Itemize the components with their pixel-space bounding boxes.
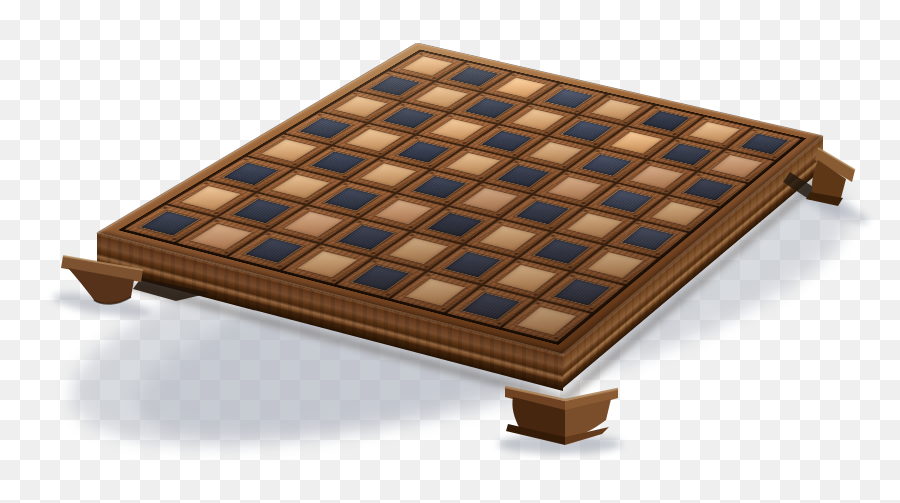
light-square-inlay <box>391 239 447 264</box>
dark-square-inlay <box>223 163 278 185</box>
light-square-inlay <box>653 202 704 225</box>
dark-square-inlay <box>554 279 609 305</box>
light-square-inlay <box>298 251 356 276</box>
dark-square-inlay <box>398 141 450 162</box>
dark-square-inlay <box>545 89 593 109</box>
light-square-inlay <box>448 153 500 175</box>
dark-square-inlay <box>245 238 303 263</box>
dark-square-inlay <box>462 293 519 320</box>
light-square-inlay <box>691 122 739 142</box>
dark-square-inlay <box>384 108 435 128</box>
light-square-inlay <box>518 307 575 334</box>
light-square-inlay <box>632 166 682 188</box>
dark-square-inlay <box>662 144 711 165</box>
dark-square-inlay <box>450 67 498 86</box>
light-square-inlay <box>481 226 535 250</box>
dark-square-inlay <box>516 201 569 224</box>
light-square-inlay <box>432 119 483 140</box>
light-square-inlay <box>376 200 430 223</box>
dark-square-inlay <box>234 199 290 223</box>
dark-square-inlay <box>498 165 550 187</box>
light-square-inlay <box>464 189 517 212</box>
dark-square-inlay <box>352 265 409 291</box>
dark-square-inlay <box>481 131 531 152</box>
light-square-inlay <box>403 56 451 75</box>
light-square-inlay <box>362 164 415 186</box>
light-square-inlay <box>589 252 643 277</box>
bracket-foot-left <box>61 256 210 304</box>
light-square-inlay <box>713 155 762 176</box>
light-square-inlay <box>593 100 641 120</box>
light-square-inlay <box>192 225 250 250</box>
dark-square-inlay <box>601 190 652 213</box>
bracket-foot-front <box>505 387 618 445</box>
light-square-inlay <box>335 97 386 117</box>
dark-square-inlay <box>300 118 352 139</box>
dark-square-inlay <box>324 188 379 211</box>
light-square-inlay <box>286 212 342 236</box>
dark-square-inlay <box>535 239 589 264</box>
light-square-inlay <box>262 140 315 162</box>
dark-square-inlay <box>465 98 514 118</box>
dark-square-inlay <box>312 152 365 174</box>
dark-square-inlay <box>445 252 501 277</box>
light-square-inlay <box>183 186 239 209</box>
light-square-inlay <box>531 142 581 163</box>
dark-square-inlay <box>428 213 482 237</box>
light-square-inlay <box>497 78 545 97</box>
light-square-inlay <box>274 175 329 198</box>
light-square-inlay <box>407 279 464 305</box>
light-square-inlay <box>514 109 563 129</box>
dark-square-inlay <box>412 176 465 199</box>
dark-square-inlay <box>338 225 394 249</box>
light-square-inlay <box>417 87 466 107</box>
dark-square-inlay <box>140 211 198 235</box>
dark-square-inlay <box>642 111 690 131</box>
dark-square-inlay <box>741 134 789 155</box>
light-square-inlay <box>499 266 555 292</box>
dark-square-inlay <box>622 227 675 251</box>
dark-square-inlay <box>370 76 420 95</box>
product-photo-stage <box>0 0 900 503</box>
light-square-inlay <box>549 177 600 199</box>
dark-square-inlay <box>581 154 631 176</box>
light-square-inlay <box>568 214 621 238</box>
light-square-inlay <box>612 132 661 153</box>
dark-square-inlay <box>684 178 734 200</box>
dark-square-inlay <box>563 121 612 141</box>
light-square-inlay <box>348 129 400 150</box>
